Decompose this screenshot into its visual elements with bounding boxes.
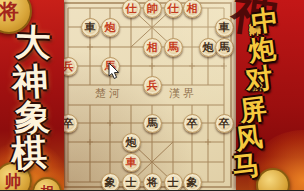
xiangqi-board[interactable]: 楚河漢界仕帥仕相車炮車相馬炮馬兵馬兵卒馬卒卒炮車象士将士象	[56, 0, 242, 190]
piece-red-elephant[interactable]: 相	[143, 38, 162, 57]
piece-red-horse[interactable]: 馬	[164, 38, 183, 57]
piece-red-advisor[interactable]: 仕	[164, 0, 183, 18]
piece-red-king[interactable]: 帥	[143, 0, 162, 18]
right-title-char: 炮	[244, 34, 279, 65]
left-title-char: 大	[10, 23, 55, 61]
right-title-char: 对	[241, 63, 276, 94]
piece-red-elephant[interactable]: 相	[183, 0, 202, 18]
right-title-char: 中	[247, 5, 282, 36]
piece-red-chariot[interactable]: 車	[122, 153, 141, 172]
right-title-char: 风	[231, 122, 266, 153]
river-label: 漢界	[169, 86, 197, 101]
piece-black-horse[interactable]: 馬	[143, 114, 162, 133]
river-label: 楚河	[95, 86, 123, 101]
piece-red-soldier[interactable]: 兵	[143, 76, 162, 95]
piece-black-elephant[interactable]: 象	[101, 173, 120, 191]
decor-gold-piece-bottom-2: 相	[32, 177, 62, 190]
right-title-char: 马	[228, 150, 263, 181]
piece-black-soldier[interactable]: 卒	[215, 114, 234, 133]
piece-red-advisor[interactable]: 仕	[122, 0, 141, 18]
piece-black-chariot[interactable]: 車	[81, 18, 100, 37]
piece-red-cannon[interactable]: 炮	[101, 18, 120, 37]
piece-black-advisor[interactable]: 士	[122, 173, 141, 191]
piece-black-cannon[interactable]: 炮	[122, 133, 141, 152]
piece-black-king[interactable]: 将	[143, 173, 162, 191]
piece-black-horse[interactable]: 馬	[215, 38, 234, 57]
piece-black-soldier[interactable]: 卒	[183, 114, 202, 133]
piece-black-elephant[interactable]: 象	[183, 173, 202, 191]
piece-black-chariot[interactable]: 車	[215, 18, 234, 37]
thumbnail-stage: 楚河漢界仕帥仕相車炮車相馬炮馬兵馬兵卒馬卒卒炮車象士将士象 将 帅 相 神 象棋…	[0, 0, 304, 190]
piece-red-horse[interactable]: 馬	[101, 57, 120, 76]
piece-black-advisor[interactable]: 士	[164, 173, 183, 191]
left-title-char: 棋	[6, 133, 52, 171]
right-title-char: 屏	[235, 94, 270, 125]
left-title-char: 神	[7, 62, 53, 100]
